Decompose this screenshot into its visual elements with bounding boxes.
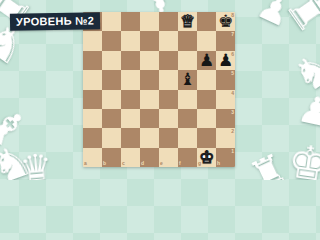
square-d3[interactable] (140, 109, 159, 128)
square-d4[interactable] (140, 90, 159, 109)
square-h1[interactable]: h1 (216, 148, 235, 167)
decorative-rook-icon: ♜ (278, 0, 320, 41)
rank-label-7: 7 (231, 32, 234, 37)
square-d5[interactable] (140, 70, 159, 89)
square-b7[interactable] (102, 31, 121, 50)
square-a2[interactable] (83, 128, 102, 147)
square-c1[interactable]: c (121, 148, 140, 167)
square-c7[interactable] (121, 31, 140, 50)
square-b3[interactable] (102, 109, 121, 128)
decorative-queen-icon: ♛ (18, 149, 53, 180)
square-c3[interactable] (121, 109, 140, 128)
square-g6[interactable]: ♟ (197, 51, 216, 70)
square-d7[interactable] (140, 31, 159, 50)
square-d6[interactable] (140, 51, 159, 70)
black-pawn-h6[interactable]: ♟ (216, 51, 235, 70)
square-f1[interactable]: f (178, 148, 197, 167)
square-e4[interactable] (159, 90, 178, 109)
level-badge: УРОВЕНЬ №2 (10, 12, 100, 31)
square-d1[interactable]: d (140, 148, 159, 167)
square-e6[interactable] (159, 51, 178, 70)
file-label-a: a (84, 161, 87, 166)
square-f8[interactable]: ♛ (178, 12, 197, 31)
square-a4[interactable] (83, 90, 102, 109)
rank-label-4: 4 (231, 91, 234, 96)
square-b6[interactable] (102, 51, 121, 70)
square-e1[interactable]: e (159, 148, 178, 167)
square-h4[interactable]: 4 (216, 90, 235, 109)
rank-label-5: 5 (231, 71, 234, 76)
square-h3[interactable]: 3 (216, 109, 235, 128)
file-label-c: c (122, 161, 125, 166)
square-h8[interactable]: ♚8 (216, 12, 235, 31)
square-e7[interactable] (159, 31, 178, 50)
white-queen-f8[interactable]: ♛ (178, 12, 197, 31)
square-f2[interactable] (178, 128, 197, 147)
file-label-h: h (217, 161, 220, 166)
rank-label-3: 3 (231, 110, 234, 115)
file-label-b: b (103, 161, 106, 166)
decorative-pawn-icon: ♟ (294, 89, 320, 133)
file-label-d: d (141, 161, 144, 166)
square-g2[interactable] (197, 128, 216, 147)
square-b5[interactable] (102, 70, 121, 89)
white-king-g1[interactable]: ♚ (197, 148, 216, 167)
square-h6[interactable]: ♟6 (216, 51, 235, 70)
square-g1[interactable]: ♚g (197, 148, 216, 167)
square-a3[interactable] (83, 109, 102, 128)
black-pawn-g6[interactable]: ♟ (197, 51, 216, 70)
chess-board: ♛♚87♟♟6♝5432abcdef♚gh1 (83, 12, 235, 167)
square-f4[interactable] (178, 90, 197, 109)
black-bishop-f5[interactable]: ♝ (178, 70, 197, 89)
square-a7[interactable] (83, 31, 102, 50)
file-label-e: e (160, 161, 163, 166)
square-h7[interactable]: 7 (216, 31, 235, 50)
square-a6[interactable] (83, 51, 102, 70)
black-king-h8[interactable]: ♚ (216, 12, 235, 31)
square-c2[interactable] (121, 128, 140, 147)
square-a1[interactable]: a (83, 148, 102, 167)
square-f6[interactable] (178, 51, 197, 70)
square-g5[interactable] (197, 70, 216, 89)
square-b4[interactable] (102, 90, 121, 109)
square-e2[interactable] (159, 128, 178, 147)
square-f7[interactable] (178, 31, 197, 50)
square-c6[interactable] (121, 51, 140, 70)
square-a5[interactable] (83, 70, 102, 89)
file-label-f: f (179, 161, 181, 166)
square-d8[interactable] (140, 12, 159, 31)
square-g4[interactable] (197, 90, 216, 109)
square-e3[interactable] (159, 109, 178, 128)
square-c5[interactable] (121, 70, 140, 89)
square-c4[interactable] (121, 90, 140, 109)
square-e8[interactable] (159, 12, 178, 31)
square-g3[interactable] (197, 109, 216, 128)
square-b2[interactable] (102, 128, 121, 147)
thumbnail-canvas: { "game": "chess", "title": { "label": "… (0, 0, 320, 180)
square-b8[interactable] (102, 12, 121, 31)
square-h2[interactable]: 2 (216, 128, 235, 147)
square-f3[interactable] (178, 109, 197, 128)
square-e5[interactable] (159, 70, 178, 89)
square-h5[interactable]: 5 (216, 70, 235, 89)
square-d2[interactable] (140, 128, 159, 147)
square-g7[interactable] (197, 31, 216, 50)
square-f5[interactable]: ♝ (178, 70, 197, 89)
square-c8[interactable] (121, 12, 140, 31)
decorative-king-icon: ♚ (285, 137, 320, 180)
rank-label-1: 1 (231, 149, 234, 154)
square-b1[interactable]: b (102, 148, 121, 167)
rank-label-2: 2 (231, 129, 234, 134)
square-g8[interactable] (197, 12, 216, 31)
